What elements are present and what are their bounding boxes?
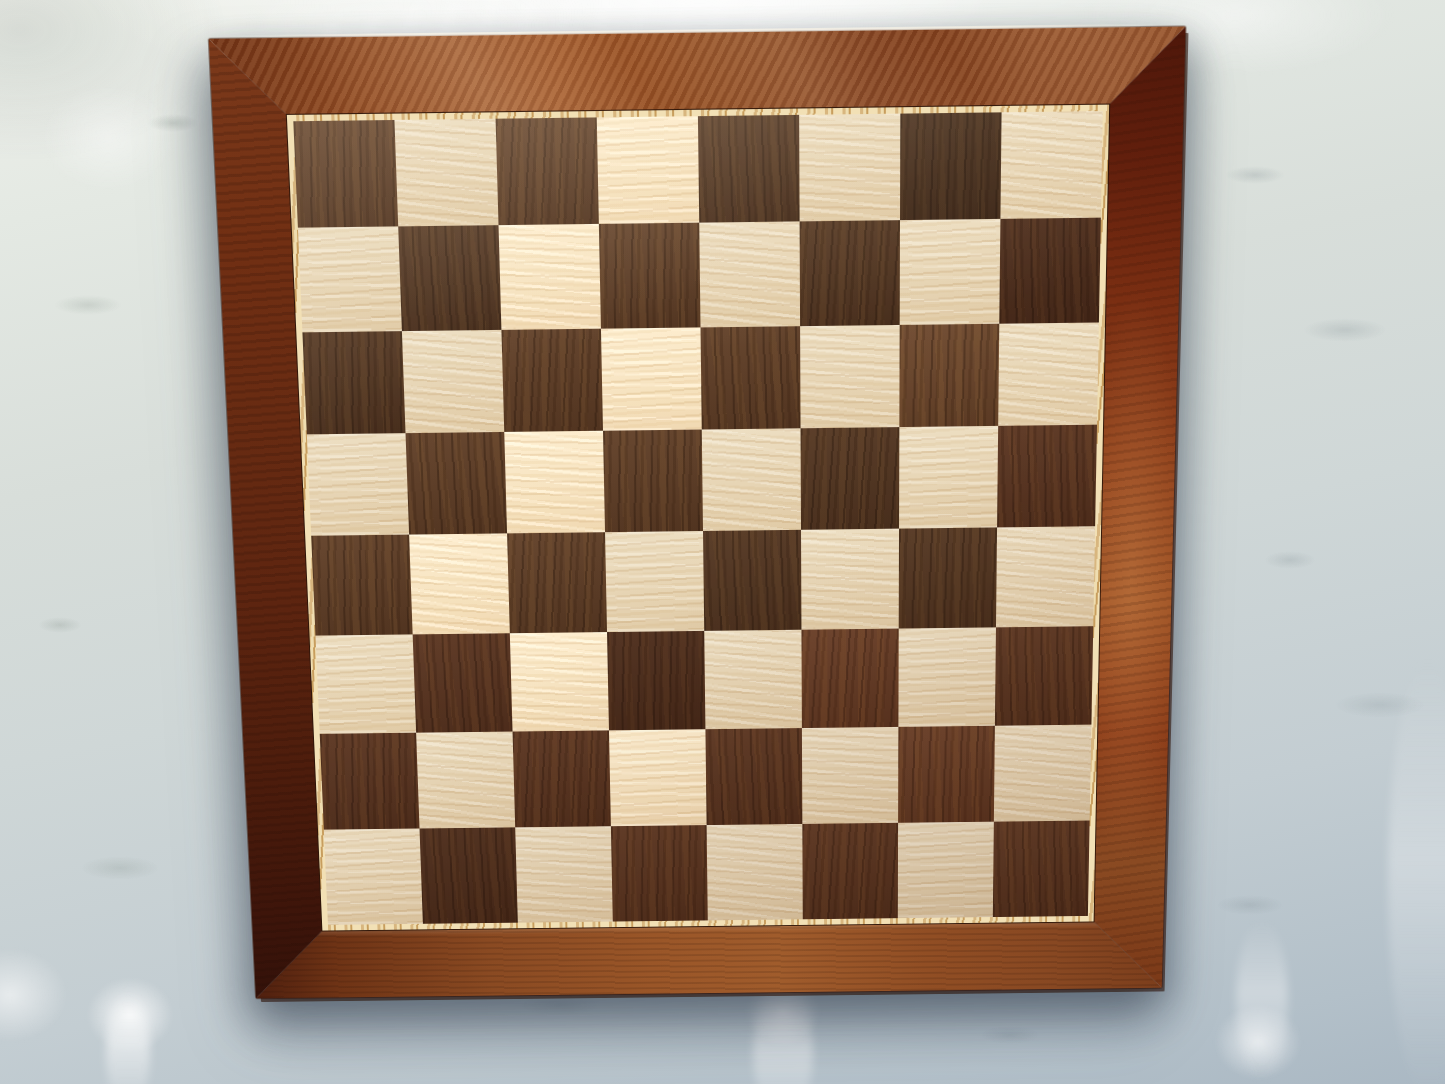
board-square[interactable] (700, 326, 800, 430)
board-square[interactable] (997, 425, 1097, 528)
board-square[interactable] (298, 226, 402, 332)
board-square[interactable] (702, 429, 801, 531)
light-reflection (106, 990, 150, 1084)
board-square[interactable] (995, 626, 1093, 725)
board-square[interactable] (406, 432, 508, 534)
board-square[interactable] (601, 327, 702, 431)
board-square[interactable] (802, 726, 898, 824)
board-square[interactable] (611, 825, 708, 921)
board-square[interactable] (420, 828, 518, 924)
chess-board-wrapper (209, 27, 1186, 999)
board-square[interactable] (320, 732, 420, 830)
pinstripe-inlay (287, 105, 1109, 931)
board-square[interactable] (311, 535, 412, 636)
board-square[interactable] (800, 220, 900, 326)
board-square[interactable] (607, 631, 705, 730)
board-square[interactable] (603, 430, 703, 532)
board-square[interactable] (501, 328, 603, 432)
board-square[interactable] (898, 725, 995, 823)
countertop-background (0, 0, 1445, 1084)
board-square[interactable] (898, 822, 994, 918)
board-square[interactable] (515, 826, 613, 922)
board-square[interactable] (496, 117, 599, 224)
board-square[interactable] (699, 221, 800, 327)
board-square[interactable] (899, 426, 998, 528)
board-square[interactable] (324, 829, 423, 925)
board-square[interactable] (705, 728, 802, 826)
light-reflection (70, 963, 190, 1067)
board-square[interactable] (994, 724, 1092, 822)
board-square[interactable] (609, 729, 707, 827)
board-square[interactable] (507, 532, 607, 633)
board-square[interactable] (900, 112, 1002, 220)
board-square[interactable] (703, 530, 801, 631)
board-square[interactable] (899, 323, 999, 427)
board-square[interactable] (801, 427, 900, 529)
board-square[interactable] (999, 217, 1101, 323)
board-square[interactable] (801, 529, 899, 630)
board-square[interactable] (504, 431, 605, 533)
board-square[interactable] (998, 322, 1099, 426)
light-reflection (1388, 660, 1445, 1084)
board-square[interactable] (993, 821, 1090, 917)
board-square[interactable] (898, 627, 996, 726)
light-reflection (13, 63, 203, 213)
board-square[interactable] (605, 531, 704, 632)
light-reflection (1198, 990, 1318, 1084)
board-square[interactable] (704, 629, 802, 728)
board-square[interactable] (402, 329, 504, 433)
board-square[interactable] (302, 331, 405, 435)
board-square[interactable] (413, 633, 513, 732)
board-square[interactable] (394, 119, 498, 226)
light-reflection (1236, 920, 1288, 1080)
board-square[interactable] (698, 115, 800, 223)
board-square[interactable] (801, 628, 898, 727)
board-square[interactable] (398, 225, 501, 331)
board-squares-grid (293, 111, 1103, 925)
board-square[interactable] (599, 222, 701, 328)
board-square[interactable] (409, 533, 510, 634)
board-square[interactable] (996, 526, 1095, 627)
board-square[interactable] (899, 527, 997, 628)
board-square[interactable] (315, 634, 416, 733)
board-square[interactable] (499, 224, 601, 330)
light-reflection (753, 982, 813, 1084)
light-reflection (0, 930, 90, 1060)
board-square[interactable] (1000, 111, 1102, 219)
board-square[interactable] (597, 116, 699, 223)
board-square[interactable] (799, 114, 900, 222)
board-square[interactable] (802, 823, 898, 919)
board-square[interactable] (800, 324, 900, 428)
board-square[interactable] (416, 731, 515, 829)
board-square[interactable] (307, 433, 409, 535)
board-square[interactable] (900, 219, 1001, 325)
board-square[interactable] (510, 632, 609, 731)
board-square[interactable] (293, 120, 398, 227)
board-square[interactable] (707, 824, 803, 920)
chess-board (209, 27, 1186, 999)
board-square[interactable] (513, 730, 611, 828)
